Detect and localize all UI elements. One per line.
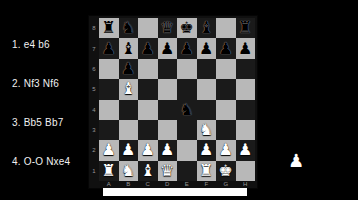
square-h1[interactable] [236, 161, 256, 181]
square-a1[interactable]: ♜ [99, 161, 119, 181]
white-king-g1: ♚ [219, 163, 233, 179]
square-f7[interactable]: ♟ [197, 38, 217, 58]
square-a2[interactable]: ♟ [99, 140, 119, 160]
square-b6[interactable]: ♟ [119, 59, 139, 79]
black-rook-h8: ♜ [238, 20, 252, 36]
black-rook-a8: ♜ [102, 20, 116, 36]
black-pawn-b6: ♟ [121, 61, 135, 77]
square-e4[interactable]: ♞ [177, 100, 197, 120]
square-d7[interactable]: ♟ [158, 38, 178, 58]
square-e5[interactable] [177, 79, 197, 99]
square-h7[interactable]: ♟ [236, 38, 256, 58]
move-row-1: 1. e4 b6 [12, 38, 70, 51]
square-c1[interactable]: ♝ [138, 161, 158, 181]
square-c8[interactable] [138, 18, 158, 38]
move-input[interactable] [103, 188, 247, 196]
black-bishop-f8: ♝ [199, 20, 213, 36]
square-d1[interactable]: ♛ [158, 161, 178, 181]
square-f1[interactable]: ♜ [197, 161, 217, 181]
file-label-c: C [138, 180, 158, 188]
rank-label-1: 1 [89, 161, 99, 181]
rank-label-3: 3 [89, 120, 99, 140]
square-e2[interactable] [177, 140, 197, 160]
square-g3[interactable] [216, 120, 236, 140]
file-labels: ABCDEFGH [99, 180, 255, 188]
file-label-f: F [197, 180, 217, 188]
black-pawn-g7: ♟ [219, 41, 233, 57]
black-pawn-c7: ♟ [141, 41, 155, 57]
square-a4[interactable] [99, 100, 119, 120]
move-row-2: 2. Nf3 Nf6 [12, 77, 70, 90]
square-b1[interactable]: ♞ [119, 161, 139, 181]
black-pawn-e7: ♟ [180, 41, 194, 57]
square-c2[interactable]: ♟ [138, 140, 158, 160]
square-d5[interactable] [158, 79, 178, 99]
square-d4[interactable] [158, 100, 178, 120]
square-b4[interactable] [119, 100, 139, 120]
rank-label-2: 2 [89, 140, 99, 160]
black-queen-d8: ♛ [160, 20, 174, 36]
black-pawn-f7: ♟ [199, 41, 213, 57]
chess-board[interactable]: ♜♞♛♚♝♜♟♝♟♟♟♟♟♟♟♝♞♞♟♟♟♟♟♟♟♜♞♝♛♜♚ [99, 18, 255, 181]
square-e6[interactable] [177, 59, 197, 79]
move-row-3: 3. Bb5 Bb7 [12, 116, 70, 129]
square-a3[interactable] [99, 120, 119, 140]
white-pawn-d2: ♟ [160, 142, 174, 158]
square-a6[interactable] [99, 59, 119, 79]
square-f2[interactable]: ♟ [197, 140, 217, 160]
white-pawn-c2: ♟ [141, 142, 155, 158]
rank-label-6: 6 [89, 59, 99, 79]
square-g8[interactable] [216, 18, 236, 38]
black-knight-b8: ♞ [121, 20, 135, 36]
square-g5[interactable] [216, 79, 236, 99]
square-c4[interactable] [138, 100, 158, 120]
square-f8[interactable]: ♝ [197, 18, 217, 38]
square-g7[interactable]: ♟ [216, 38, 236, 58]
square-e3[interactable] [177, 120, 197, 140]
chess-board-frame: 87654321 ♜♞♛♚♝♜♟♝♟♟♟♟♟♟♟♝♞♞♟♟♟♟♟♟♟♜♞♝♛♜♚… [88, 15, 258, 189]
rank-label-7: 7 [89, 38, 99, 58]
white-bishop-c1: ♝ [141, 163, 155, 179]
move-list: 1. e4 b6 2. Nf3 Nf6 3. Bb5 Bb7 4. O-O Nx… [12, 12, 70, 181]
square-h2[interactable]: ♟ [236, 140, 256, 160]
white-rook-a1: ♜ [102, 163, 116, 179]
black-bishop-b7: ♝ [121, 41, 135, 57]
captured-white-pawn: ♟ [288, 152, 304, 170]
square-h6[interactable] [236, 59, 256, 79]
square-d8[interactable]: ♛ [158, 18, 178, 38]
square-h5[interactable] [236, 79, 256, 99]
square-d3[interactable] [158, 120, 178, 140]
file-label-g: G [216, 180, 236, 188]
white-queen-d1: ♛ [160, 163, 174, 179]
square-h8[interactable]: ♜ [236, 18, 256, 38]
square-g4[interactable] [216, 100, 236, 120]
square-c7[interactable]: ♟ [138, 38, 158, 58]
square-f4[interactable] [197, 100, 217, 120]
square-a7[interactable]: ♟ [99, 38, 119, 58]
rank-label-5: 5 [89, 79, 99, 99]
square-f3[interactable]: ♞ [197, 120, 217, 140]
square-d2[interactable]: ♟ [158, 140, 178, 160]
rank-label-4: 4 [89, 100, 99, 120]
white-pawn-h2: ♟ [238, 142, 252, 158]
file-label-d: D [158, 180, 178, 188]
square-c6[interactable] [138, 59, 158, 79]
square-e7[interactable]: ♟ [177, 38, 197, 58]
black-knight-e4: ♞ [180, 102, 194, 118]
white-pawn-f2: ♟ [199, 142, 213, 158]
square-g2[interactable]: ♟ [216, 140, 236, 160]
file-label-h: H [236, 180, 256, 188]
square-b3[interactable] [119, 120, 139, 140]
file-label-e: E [177, 180, 197, 188]
square-a5[interactable] [99, 79, 119, 99]
move-row-4: 4. O-O Nxe4 [12, 155, 70, 168]
captured-pieces-tray: ♟ [281, 148, 311, 174]
square-h3[interactable] [236, 120, 256, 140]
square-b8[interactable]: ♞ [119, 18, 139, 38]
square-g1[interactable]: ♚ [216, 161, 236, 181]
square-c5[interactable] [138, 79, 158, 99]
white-rook-f1: ♜ [199, 163, 213, 179]
file-label-b: B [119, 180, 139, 188]
square-f5[interactable] [197, 79, 217, 99]
white-bishop-b5: ♝ [121, 81, 135, 97]
white-pawn-g2: ♟ [219, 142, 233, 158]
square-h4[interactable] [236, 100, 256, 120]
white-knight-b1: ♞ [121, 163, 135, 179]
square-b7[interactable]: ♝ [119, 38, 139, 58]
black-king-e8: ♚ [180, 20, 194, 36]
white-pawn-b2: ♟ [121, 142, 135, 158]
rank-labels: 87654321 [89, 18, 99, 181]
square-g6[interactable] [216, 59, 236, 79]
square-b2[interactable]: ♟ [119, 140, 139, 160]
black-pawn-a7: ♟ [102, 41, 116, 57]
square-f6[interactable] [197, 59, 217, 79]
white-knight-f3: ♞ [199, 122, 213, 138]
black-pawn-d7: ♟ [160, 41, 174, 57]
black-pawn-h7: ♟ [238, 41, 252, 57]
square-a8[interactable]: ♜ [99, 18, 119, 38]
square-b5[interactable]: ♝ [119, 79, 139, 99]
rank-label-8: 8 [89, 18, 99, 38]
square-e8[interactable]: ♚ [177, 18, 197, 38]
white-pawn-a2: ♟ [102, 142, 116, 158]
square-d6[interactable] [158, 59, 178, 79]
file-label-a: A [99, 180, 119, 188]
square-c3[interactable] [138, 120, 158, 140]
square-e1[interactable] [177, 161, 197, 181]
